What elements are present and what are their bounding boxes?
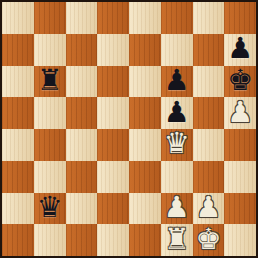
piece-white-pawn[interactable]: ♟ xyxy=(227,98,253,127)
square-h7[interactable]: ♟ xyxy=(224,34,256,66)
square-e5[interactable] xyxy=(129,97,161,129)
square-f4[interactable]: ♛ xyxy=(161,129,193,161)
square-a1[interactable] xyxy=(2,224,34,256)
square-c5[interactable] xyxy=(66,97,98,129)
square-b2[interactable]: ♛ xyxy=(34,193,66,225)
square-e1[interactable] xyxy=(129,224,161,256)
piece-white-queen[interactable]: ♛ xyxy=(164,129,190,158)
square-d5[interactable] xyxy=(97,97,129,129)
piece-black-rook[interactable]: ♜ xyxy=(37,66,63,95)
square-d3[interactable] xyxy=(97,161,129,193)
square-d2[interactable] xyxy=(97,193,129,225)
chess-board-frame: ♟♜♟♚♟♟♛♛♟♟♜♚ xyxy=(0,0,258,258)
piece-white-pawn[interactable]: ♟ xyxy=(195,193,221,222)
piece-black-pawn[interactable]: ♟ xyxy=(164,66,190,95)
square-f5[interactable]: ♟ xyxy=(161,97,193,129)
square-d4[interactable] xyxy=(97,129,129,161)
square-f2[interactable]: ♟ xyxy=(161,193,193,225)
square-e7[interactable] xyxy=(129,34,161,66)
square-d1[interactable] xyxy=(97,224,129,256)
chess-board: ♟♜♟♚♟♟♛♛♟♟♜♚ xyxy=(2,2,256,256)
square-b1[interactable] xyxy=(34,224,66,256)
square-h5[interactable]: ♟ xyxy=(224,97,256,129)
square-h8[interactable] xyxy=(224,2,256,34)
square-c3[interactable] xyxy=(66,161,98,193)
square-e8[interactable] xyxy=(129,2,161,34)
square-g4[interactable] xyxy=(193,129,225,161)
square-h3[interactable] xyxy=(224,161,256,193)
square-e6[interactable] xyxy=(129,66,161,98)
square-f6[interactable]: ♟ xyxy=(161,66,193,98)
square-b6[interactable]: ♜ xyxy=(34,66,66,98)
square-f1[interactable]: ♜ xyxy=(161,224,193,256)
piece-white-rook[interactable]: ♜ xyxy=(164,225,190,254)
piece-black-pawn[interactable]: ♟ xyxy=(164,98,190,127)
square-b8[interactable] xyxy=(34,2,66,34)
square-g2[interactable]: ♟ xyxy=(193,193,225,225)
square-h1[interactable] xyxy=(224,224,256,256)
square-c6[interactable] xyxy=(66,66,98,98)
square-f8[interactable] xyxy=(161,2,193,34)
square-g7[interactable] xyxy=(193,34,225,66)
square-g1[interactable]: ♚ xyxy=(193,224,225,256)
piece-black-king[interactable]: ♚ xyxy=(227,66,253,95)
square-a8[interactable] xyxy=(2,2,34,34)
square-a7[interactable] xyxy=(2,34,34,66)
square-d8[interactable] xyxy=(97,2,129,34)
square-c1[interactable] xyxy=(66,224,98,256)
square-g6[interactable] xyxy=(193,66,225,98)
square-a6[interactable] xyxy=(2,66,34,98)
square-b3[interactable] xyxy=(34,161,66,193)
square-c7[interactable] xyxy=(66,34,98,66)
piece-black-pawn[interactable]: ♟ xyxy=(227,34,253,63)
square-b4[interactable] xyxy=(34,129,66,161)
square-g8[interactable] xyxy=(193,2,225,34)
piece-white-pawn[interactable]: ♟ xyxy=(164,193,190,222)
square-a5[interactable] xyxy=(2,97,34,129)
square-b7[interactable] xyxy=(34,34,66,66)
square-d6[interactable] xyxy=(97,66,129,98)
square-f7[interactable] xyxy=(161,34,193,66)
piece-black-queen[interactable]: ♛ xyxy=(37,193,63,222)
square-e3[interactable] xyxy=(129,161,161,193)
square-a4[interactable] xyxy=(2,129,34,161)
square-c4[interactable] xyxy=(66,129,98,161)
square-c8[interactable] xyxy=(66,2,98,34)
square-c2[interactable] xyxy=(66,193,98,225)
square-a2[interactable] xyxy=(2,193,34,225)
square-b5[interactable] xyxy=(34,97,66,129)
square-h6[interactable]: ♚ xyxy=(224,66,256,98)
piece-white-king[interactable]: ♚ xyxy=(195,225,221,254)
square-g5[interactable] xyxy=(193,97,225,129)
square-h2[interactable] xyxy=(224,193,256,225)
square-g3[interactable] xyxy=(193,161,225,193)
square-e4[interactable] xyxy=(129,129,161,161)
square-a3[interactable] xyxy=(2,161,34,193)
square-d7[interactable] xyxy=(97,34,129,66)
square-h4[interactable] xyxy=(224,129,256,161)
square-e2[interactable] xyxy=(129,193,161,225)
square-f3[interactable] xyxy=(161,161,193,193)
